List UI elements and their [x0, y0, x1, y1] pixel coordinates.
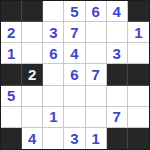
- cell-r4c4[interactable]: 6: [64, 64, 85, 85]
- cell-r1c5[interactable]: 6: [86, 1, 107, 22]
- cell-r6c2[interactable]: [22, 107, 43, 128]
- given-digit: 7: [91, 67, 99, 82]
- cell-r1c1-black: [1, 1, 22, 22]
- cell-r6c4[interactable]: [64, 107, 85, 128]
- cell-r3c2[interactable]: [22, 43, 43, 64]
- cell-r2c7[interactable]: 1: [128, 22, 149, 43]
- cell-r3c5[interactable]: [86, 43, 107, 64]
- cell-r1c6[interactable]: 4: [107, 1, 128, 22]
- cell-r5c7[interactable]: [128, 86, 149, 107]
- cell-r7c4[interactable]: 3: [64, 128, 85, 149]
- cell-r4c2-black: 2: [22, 64, 43, 85]
- given-digit: 3: [70, 131, 78, 146]
- cell-r3c4[interactable]: 4: [64, 43, 85, 64]
- cell-r4c3[interactable]: [43, 64, 64, 85]
- cell-r5c2[interactable]: [22, 86, 43, 107]
- cell-r7c7-black: [128, 128, 149, 149]
- cell-r7c2[interactable]: 4: [22, 128, 43, 149]
- given-digit: 1: [49, 109, 57, 124]
- given-digit: 1: [7, 46, 15, 61]
- cell-r3c6[interactable]: 3: [107, 43, 128, 64]
- cell-r3c3[interactable]: 6: [43, 43, 64, 64]
- cell-r5c3[interactable]: [43, 86, 64, 107]
- given-digit: 2: [7, 25, 15, 40]
- cell-r1c7-black: [128, 1, 149, 22]
- cell-r7c5[interactable]: 1: [86, 128, 107, 149]
- cell-r4c1-black: [1, 64, 22, 85]
- given-digit: 4: [70, 46, 78, 61]
- cell-r6c3[interactable]: 1: [43, 107, 64, 128]
- cell-r6c1[interactable]: [1, 107, 22, 128]
- cell-r3c1[interactable]: 1: [1, 43, 22, 64]
- cell-r4c6-black: [107, 64, 128, 85]
- cell-r6c7[interactable]: [128, 107, 149, 128]
- cell-r1c2-black: [22, 1, 43, 22]
- given-digit: 1: [91, 131, 99, 146]
- black-cell-digit: 2: [28, 67, 36, 82]
- cell-r7c1-black: [1, 128, 22, 149]
- cell-r3c7[interactable]: [128, 43, 149, 64]
- cell-r2c6[interactable]: [107, 22, 128, 43]
- str8ts-board: 56423711643267517431: [0, 0, 150, 150]
- given-digit: 5: [70, 4, 78, 19]
- cell-r4c7-black: [128, 64, 149, 85]
- given-digit: 6: [70, 67, 78, 82]
- cell-r5c6[interactable]: [107, 86, 128, 107]
- given-digit: 7: [113, 109, 121, 124]
- given-digit: 6: [49, 46, 57, 61]
- given-digit: 3: [49, 25, 57, 40]
- cell-r2c1[interactable]: 2: [1, 22, 22, 43]
- cell-r4c5[interactable]: 7: [86, 64, 107, 85]
- cell-r6c6[interactable]: 7: [107, 107, 128, 128]
- given-digit: 6: [91, 4, 99, 19]
- given-digit: 5: [7, 88, 15, 103]
- cell-r2c3[interactable]: 3: [43, 22, 64, 43]
- cell-r1c3[interactable]: [43, 1, 64, 22]
- cell-r7c6-black: [107, 128, 128, 149]
- given-digit: 7: [70, 25, 78, 40]
- given-digit: 3: [113, 46, 121, 61]
- cell-r6c5[interactable]: [86, 107, 107, 128]
- given-digit: 4: [113, 4, 121, 19]
- cell-r5c5[interactable]: [86, 86, 107, 107]
- given-digit: 4: [28, 131, 36, 146]
- cell-r5c1[interactable]: 5: [1, 86, 22, 107]
- cell-r2c2[interactable]: [22, 22, 43, 43]
- cell-r2c4[interactable]: 7: [64, 22, 85, 43]
- given-digit: 1: [134, 25, 142, 40]
- cell-r1c4[interactable]: 5: [64, 1, 85, 22]
- cell-r5c4[interactable]: [64, 86, 85, 107]
- cell-r7c3[interactable]: [43, 128, 64, 149]
- cell-r2c5[interactable]: [86, 22, 107, 43]
